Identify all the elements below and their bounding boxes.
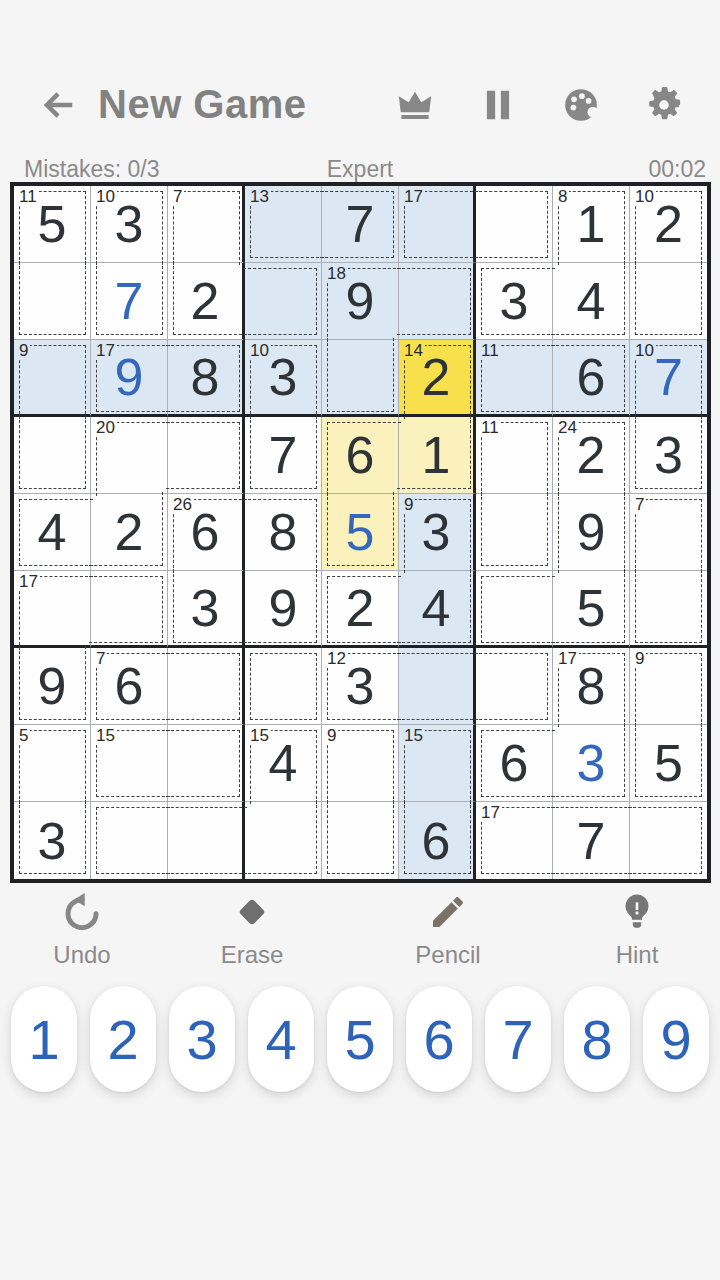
cell-value: 6 [500, 737, 529, 789]
pause-icon [479, 112, 517, 127]
cell-value: 7 [654, 351, 683, 403]
cell-value: 2 [191, 275, 220, 327]
cell-r4c8[interactable]: 2 [553, 417, 630, 494]
cell-r8c1[interactable] [14, 725, 91, 802]
pencil-button[interactable]: Pencil [378, 892, 518, 969]
cell-r6c7[interactable] [476, 571, 553, 648]
cell-r8c3[interactable] [168, 725, 245, 802]
cell-value: 7 [346, 198, 375, 250]
cell-r6c4[interactable]: 9 [245, 571, 322, 648]
cell-r1c7[interactable] [476, 186, 553, 263]
theme-button[interactable] [561, 86, 601, 126]
cell-value: 6 [115, 660, 144, 712]
cell-value: 4 [577, 275, 606, 327]
cell-r6c2[interactable] [91, 571, 168, 648]
cell-value: 4 [422, 582, 451, 634]
cell-r3c6[interactable]: 2 [399, 340, 476, 417]
pencil-label: Pencil [378, 941, 518, 969]
cell-r4c4[interactable]: 7 [245, 417, 322, 494]
lightbulb-icon [617, 920, 657, 935]
cell-value: 5 [346, 506, 375, 558]
cell-r3c2[interactable]: 9 [91, 340, 168, 417]
cell-r6c8[interactable]: 5 [553, 571, 630, 648]
cell-value: 3 [346, 660, 375, 712]
cell-r4c1[interactable] [14, 417, 91, 494]
back-arrow-icon [39, 112, 77, 127]
numpad-6[interactable]: 6 [406, 986, 472, 1092]
cell-r4c6[interactable]: 1 [399, 417, 476, 494]
cell-r9c3[interactable] [168, 802, 245, 879]
cell-value: 3 [500, 275, 529, 327]
eraser-icon [232, 920, 272, 935]
back-button[interactable] [38, 86, 78, 126]
cell-r8c7[interactable]: 6 [476, 725, 553, 802]
numpad-8[interactable]: 8 [564, 986, 630, 1092]
cell-r8c9[interactable]: 5 [630, 725, 707, 802]
cell-r7c4[interactable] [245, 648, 322, 725]
cell-r8c2[interactable] [91, 725, 168, 802]
cell-r7c5[interactable]: 3 [322, 648, 399, 725]
status-row: Mistakes: 0/3 Expert 00:02 [0, 156, 720, 184]
numpad-2[interactable]: 2 [90, 986, 156, 1092]
cell-r9c6[interactable]: 6 [399, 802, 476, 879]
cell-value: 9 [115, 351, 144, 403]
cell-r9c2[interactable] [91, 802, 168, 879]
cell-r9c4[interactable] [245, 802, 322, 879]
cell-value: 9 [346, 275, 375, 327]
cell-r1c4[interactable] [245, 186, 322, 263]
cell-value: 3 [422, 506, 451, 558]
cell-r3c4[interactable]: 3 [245, 340, 322, 417]
cell-r8c4[interactable]: 4 [245, 725, 322, 802]
cell-value: 2 [422, 351, 451, 403]
cell-value: 3 [191, 582, 220, 634]
cell-r3c9[interactable]: 7 [630, 340, 707, 417]
cell-r1c1[interactable]: 5 [14, 186, 91, 263]
cell-r2c8[interactable]: 4 [553, 263, 630, 340]
settings-button[interactable] [644, 86, 684, 126]
cell-r6c3[interactable]: 3 [168, 571, 245, 648]
cell-r9c5[interactable] [322, 802, 399, 879]
cell-value: 4 [269, 737, 298, 789]
cell-r1c6[interactable] [399, 186, 476, 263]
cell-value: 5 [577, 582, 606, 634]
cell-value: 3 [654, 429, 683, 481]
cell-r8c5[interactable] [322, 725, 399, 802]
cell-r9c7[interactable] [476, 802, 553, 879]
cell-r9c1[interactable]: 3 [14, 802, 91, 879]
cell-value: 2 [577, 429, 606, 481]
numpad: 123456789 [0, 986, 720, 1092]
cell-r7c6[interactable] [399, 648, 476, 725]
erase-label: Erase [182, 941, 322, 969]
numpad-4[interactable]: 4 [248, 986, 314, 1092]
cell-r1c5[interactable]: 7 [322, 186, 399, 263]
cell-r4c9[interactable]: 3 [630, 417, 707, 494]
cell-value: 9 [38, 660, 67, 712]
cell-value: 6 [346, 429, 375, 481]
cell-value: 7 [115, 275, 144, 327]
pencil-icon [428, 920, 468, 935]
cell-r2c2[interactable]: 7 [91, 263, 168, 340]
numpad-3[interactable]: 3 [169, 986, 235, 1092]
cell-value: 2 [654, 198, 683, 250]
cell-r2c5[interactable]: 9 [322, 263, 399, 340]
cell-value: 6 [191, 506, 220, 558]
crown-icon [396, 112, 434, 127]
cell-value: 7 [577, 815, 606, 867]
cell-r3c7[interactable] [476, 340, 553, 417]
cell-r2c7[interactable]: 3 [476, 263, 553, 340]
cell-r6c6[interactable]: 4 [399, 571, 476, 648]
cell-r2c1[interactable] [14, 263, 91, 340]
cell-r4c2[interactable] [91, 417, 168, 494]
undo-icon [62, 920, 102, 935]
cell-r7c2[interactable]: 6 [91, 648, 168, 725]
crown-button[interactable] [395, 86, 435, 126]
cell-value: 1 [422, 429, 451, 481]
cell-value: 6 [422, 815, 451, 867]
killer-sudoku-screen: New Game M [0, 0, 720, 1280]
cell-value: 8 [191, 351, 220, 403]
cell-value: 5 [654, 737, 683, 789]
cell-r8c8[interactable]: 3 [553, 725, 630, 802]
erase-button[interactable]: Erase [182, 892, 322, 969]
cell-value: 2 [346, 582, 375, 634]
palette-icon [562, 112, 600, 127]
cell-r4c7[interactable] [476, 417, 553, 494]
cell-r7c7[interactable] [476, 648, 553, 725]
hint-label: Hint [567, 941, 707, 969]
cell-value: 4 [38, 506, 67, 558]
cell-r2c6[interactable] [399, 263, 476, 340]
cell-r2c9[interactable] [630, 263, 707, 340]
cell-r8c6[interactable] [399, 725, 476, 802]
pause-button[interactable] [478, 86, 518, 126]
cell-r7c1[interactable]: 9 [14, 648, 91, 725]
cell-r5c9[interactable] [630, 494, 707, 571]
cell-r5c3[interactable]: 6 [168, 494, 245, 571]
cell-r3c5[interactable] [322, 340, 399, 417]
cell-r5c8[interactable]: 9 [553, 494, 630, 571]
cell-value: 3 [269, 351, 298, 403]
cell-value: 3 [38, 815, 67, 867]
cell-r5c5[interactable]: 5 [322, 494, 399, 571]
undo-button[interactable]: Undo [12, 892, 152, 969]
cell-r7c8[interactable]: 8 [553, 648, 630, 725]
cell-value: 9 [577, 506, 606, 558]
cell-value: 8 [577, 660, 606, 712]
cell-value: 5 [38, 198, 67, 250]
cell-value: 8 [269, 506, 298, 558]
cell-value: 1 [577, 198, 606, 250]
cell-r6c1[interactable] [14, 571, 91, 648]
timer: 00:02 [648, 156, 706, 183]
cell-r7c9[interactable] [630, 648, 707, 725]
cell-r6c9[interactable] [630, 571, 707, 648]
cell-r1c3[interactable] [168, 186, 245, 263]
cell-r5c6[interactable]: 3 [399, 494, 476, 571]
cell-r7c3[interactable] [168, 648, 245, 725]
sudoku-board: 5371272934983267761234268539392459638463… [10, 182, 711, 883]
cell-r1c2[interactable]: 3 [91, 186, 168, 263]
cell-r5c2[interactable]: 2 [91, 494, 168, 571]
cell-value: 9 [269, 582, 298, 634]
cell-value: 3 [115, 198, 144, 250]
cell-r9c8[interactable]: 7 [553, 802, 630, 879]
cell-r1c8[interactable]: 1 [553, 186, 630, 263]
cell-r9c9[interactable] [630, 802, 707, 879]
numpad-1[interactable]: 1 [11, 986, 77, 1092]
cell-r5c4[interactable]: 8 [245, 494, 322, 571]
cell-r3c1[interactable] [14, 340, 91, 417]
cell-r2c4[interactable] [245, 263, 322, 340]
cell-r2c3[interactable]: 2 [168, 263, 245, 340]
cell-r5c7[interactable] [476, 494, 553, 571]
cell-r3c3[interactable]: 8 [168, 340, 245, 417]
numpad-5[interactable]: 5 [327, 986, 393, 1092]
cell-r4c3[interactable] [168, 417, 245, 494]
cell-value: 6 [577, 351, 606, 403]
cell-value: 7 [269, 429, 298, 481]
cell-r3c8[interactable]: 6 [553, 340, 630, 417]
cell-r6c5[interactable]: 2 [322, 571, 399, 648]
difficulty-label: Expert [0, 156, 720, 183]
cell-value: 2 [115, 506, 144, 558]
cell-value: 3 [577, 737, 606, 789]
numpad-7[interactable]: 7 [485, 986, 551, 1092]
hint-button[interactable]: Hint [567, 892, 707, 969]
undo-label: Undo [12, 941, 152, 969]
cell-r4c5[interactable]: 6 [322, 417, 399, 494]
cell-r5c1[interactable]: 4 [14, 494, 91, 571]
gear-icon [645, 112, 683, 127]
numpad-9[interactable]: 9 [643, 986, 709, 1092]
page-title: New Game [98, 82, 307, 127]
cell-r1c9[interactable]: 2 [630, 186, 707, 263]
